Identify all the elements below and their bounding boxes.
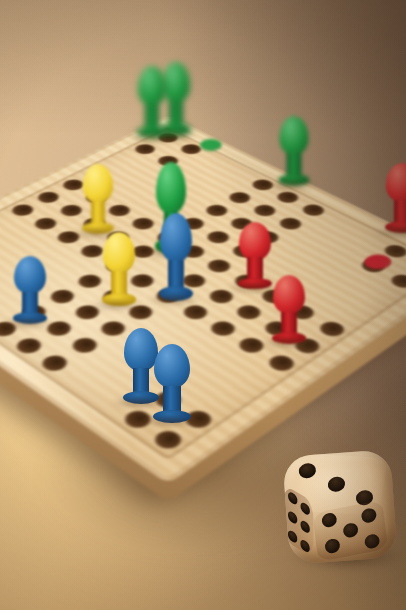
board-hole [150,427,187,452]
die-pip [287,490,296,506]
peg-shadow [267,179,317,191]
board-hole [232,303,265,323]
peg-green-home-a[interactable] [137,66,167,138]
peg-waist [22,292,38,314]
peg-red-track-a[interactable] [238,222,272,289]
die-pip [298,463,317,479]
board-hole [30,216,60,232]
peg-shadow [90,299,144,311]
board-hole [38,353,72,375]
peg-head [239,222,271,260]
peg-head [83,164,113,203]
peg-shadow [126,131,174,143]
board-hole [46,287,78,306]
peg-head [279,116,308,155]
peg-head [156,162,186,214]
peg-red-track-b[interactable] [272,275,306,344]
board-hole [299,202,328,218]
peg-waist [163,386,180,412]
peg-blue-track-left[interactable] [13,256,47,324]
die-pip [342,522,358,539]
die-pip [321,512,337,529]
die-pip [287,509,296,525]
board-hole [74,272,106,290]
peg-shadow [1,317,55,329]
peg-blue-corner-b[interactable] [153,344,191,423]
board-hole [12,335,46,356]
die-pip [363,533,379,550]
board-hole [132,142,159,156]
peg-head [160,213,192,262]
board-hole [276,216,306,232]
board-hole [225,190,254,205]
peg-shadow [139,416,200,428]
peg-head [103,232,135,273]
green-start-field [200,139,222,151]
peg-red-edge[interactable] [385,163,406,233]
peg-waist [111,271,127,295]
die-pip [300,538,309,554]
peg-waist [169,102,183,125]
peg-head [386,163,406,202]
board-hole [206,319,239,339]
peg-blue-track-centre[interactable] [159,213,193,301]
red-start-field [365,255,392,270]
die-pip [287,528,296,544]
board-hole [8,202,37,218]
die-pip [300,500,309,516]
peg-waist [287,153,301,175]
peg-head [154,344,190,388]
board-hole [204,257,235,275]
board-hole [202,202,231,218]
board-hole [273,190,302,205]
die-pip [324,538,340,555]
board-hole [387,272,406,290]
board-hole [34,190,63,205]
peg-yellow-track-a[interactable] [82,164,114,234]
peg-head [273,275,305,314]
die-pip [360,507,376,524]
photo-scene [0,0,406,610]
peg-waist [247,257,263,279]
board-hole [203,229,233,246]
board-hole [129,216,159,232]
die-pip [327,477,346,493]
wooden-die[interactable] [282,449,397,564]
board-hole [264,353,298,375]
peg-waist [91,201,106,223]
peg-shadow [147,294,201,306]
peg-yellow-track-b[interactable] [102,232,136,306]
board-hole [316,319,349,339]
peg-shadow [260,337,314,349]
peg-waist [133,368,150,393]
board-hole [250,202,279,218]
peg-head [14,256,46,294]
peg-waist [145,105,159,128]
peg-waist [281,312,297,334]
die-pip [300,519,309,535]
peg-head [138,66,166,106]
peg-waist [394,200,406,223]
peg-green-track-right[interactable] [279,116,310,186]
board-hole [68,335,102,356]
peg-waist [168,260,184,288]
